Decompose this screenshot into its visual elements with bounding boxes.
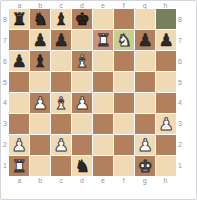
square-c6[interactable]	[51, 51, 71, 71]
square-b3[interactable]	[30, 114, 50, 134]
black-pawn[interactable]: ♟	[32, 30, 47, 50]
file-label-a: a	[9, 1, 30, 9]
square-f3[interactable]	[114, 114, 134, 134]
rank-labels-left: 87654321	[1, 9, 9, 176]
rank-label-8: 8	[176, 9, 184, 30]
rank-label-7: 7	[1, 30, 9, 51]
rank-label-5: 5	[1, 72, 9, 93]
white-pawn[interactable]: ♟	[11, 135, 26, 155]
file-label-h: h	[155, 1, 176, 9]
square-f6[interactable]	[114, 51, 134, 71]
square-d6[interactable]: ♝	[72, 51, 92, 71]
square-g6[interactable]	[135, 51, 155, 71]
rank-label-6: 6	[1, 51, 9, 72]
black-pawn[interactable]: ♟	[158, 30, 173, 50]
square-b4[interactable]: ♟	[30, 93, 50, 113]
file-labels-bottom: abcdefgh	[9, 176, 176, 184]
rank-label-5: 5	[176, 72, 184, 93]
corner-bottom-left	[1, 176, 9, 184]
white-pawn[interactable]: ♟	[74, 93, 89, 113]
file-label-e: e	[93, 1, 114, 9]
file-label-g: g	[134, 176, 155, 184]
square-e4[interactable]	[93, 93, 113, 113]
square-b1[interactable]	[30, 156, 50, 176]
square-c2[interactable]: ♟	[51, 135, 71, 155]
rank-label-4: 4	[176, 93, 184, 114]
file-label-c: c	[51, 176, 72, 184]
square-d4[interactable]: ♟	[72, 93, 92, 113]
black-king[interactable]: ♚	[74, 9, 89, 29]
square-d5[interactable]	[72, 72, 92, 92]
white-pawn[interactable]: ♟	[32, 93, 47, 113]
square-h4[interactable]	[156, 93, 176, 113]
square-e6[interactable]	[93, 51, 113, 71]
square-a8[interactable]: ♜	[9, 9, 29, 29]
square-d1[interactable]: ♞	[72, 156, 92, 176]
square-b2[interactable]	[30, 135, 50, 155]
file-label-a: a	[9, 176, 30, 184]
square-h5[interactable]	[156, 72, 176, 92]
black-rook[interactable]: ♜	[11, 9, 26, 29]
square-d3[interactable]	[72, 114, 92, 134]
square-a1[interactable]: ♜	[9, 156, 29, 176]
white-bishop[interactable]: ♝	[74, 51, 89, 71]
square-e3[interactable]	[93, 114, 113, 134]
rank-label-8: 8	[1, 9, 9, 30]
square-e2[interactable]	[93, 135, 113, 155]
square-b8[interactable]: ♞	[30, 9, 50, 29]
rank-labels-right: 87654321	[176, 9, 184, 176]
white-bishop[interactable]: ♝	[53, 93, 68, 113]
corner-bottom-right	[176, 176, 184, 184]
square-h3[interactable]: ♟	[156, 114, 176, 134]
square-e7-accent-highlight[interactable]: ♜	[93, 30, 113, 50]
white-rook[interactable]: ♜	[95, 30, 110, 50]
square-h6[interactable]	[156, 51, 176, 71]
square-a6[interactable]: ♟	[9, 51, 29, 71]
square-f8[interactable]	[114, 9, 134, 29]
square-a5[interactable]	[9, 72, 29, 92]
square-h1[interactable]	[156, 156, 176, 176]
square-b6[interactable]: ♝	[30, 51, 50, 71]
file-label-d: d	[72, 176, 93, 184]
white-pawn[interactable]: ♟	[158, 114, 173, 134]
square-b7[interactable]: ♟	[30, 30, 50, 50]
square-f2[interactable]	[114, 135, 134, 155]
black-knight[interactable]: ♞	[32, 9, 47, 29]
file-label-b: b	[30, 176, 51, 184]
black-pawn[interactable]: ♟	[53, 30, 68, 50]
square-e5[interactable]	[93, 72, 113, 92]
rank-label-3: 3	[1, 113, 9, 134]
square-c8[interactable]: ♝	[51, 9, 71, 29]
square-d8[interactable]: ♚	[72, 9, 92, 29]
square-f7-last-move-to[interactable]: ♞	[114, 30, 134, 50]
white-king[interactable]: ♚	[137, 156, 152, 176]
square-f1[interactable]	[114, 156, 134, 176]
white-pawn[interactable]: ♟	[53, 135, 68, 155]
file-label-f: f	[113, 1, 134, 9]
file-label-c: c	[51, 1, 72, 9]
rank-label-7: 7	[176, 30, 184, 51]
chess-board: ♜♞♝♚♟♟♜♞♟♟♟♝♝♟♝♟♟♟♟♟♜♞♚	[9, 9, 176, 176]
square-h8-last-move-from[interactable]	[156, 9, 176, 29]
square-c5[interactable]	[51, 72, 71, 92]
file-label-f: f	[113, 176, 134, 184]
file-label-e: e	[93, 176, 114, 184]
black-pawn[interactable]: ♟	[137, 30, 152, 50]
square-g1[interactable]: ♚	[135, 156, 155, 176]
rank-label-2: 2	[176, 134, 184, 155]
rank-label-3: 3	[176, 113, 184, 134]
file-label-b: b	[30, 1, 51, 9]
white-rook[interactable]: ♜	[11, 156, 26, 176]
square-g7[interactable]: ♟	[135, 30, 155, 50]
square-c3[interactable]	[51, 114, 71, 134]
square-h7[interactable]: ♟	[156, 30, 176, 50]
square-h2[interactable]	[156, 135, 176, 155]
square-d7[interactable]	[72, 30, 92, 50]
square-g5[interactable]	[135, 72, 155, 92]
square-c1[interactable]	[51, 156, 71, 176]
file-label-d: d	[72, 1, 93, 9]
corner-top-left	[1, 1, 9, 9]
square-f5[interactable]	[114, 72, 134, 92]
white-pawn[interactable]: ♟	[137, 135, 152, 155]
square-g2[interactable]: ♟	[135, 135, 155, 155]
rank-label-6: 6	[176, 51, 184, 72]
square-d2[interactable]	[72, 135, 92, 155]
square-b5[interactable]	[30, 72, 50, 92]
white-knight[interactable]: ♞	[116, 30, 131, 50]
square-c4[interactable]: ♝	[51, 93, 71, 113]
square-f4[interactable]	[114, 93, 134, 113]
file-label-h: h	[155, 176, 176, 184]
file-labels-top: abcdefgh	[9, 1, 176, 9]
square-e8[interactable]	[93, 9, 113, 29]
file-label-g: g	[134, 1, 155, 9]
rank-label-2: 2	[1, 134, 9, 155]
square-g3[interactable]	[135, 114, 155, 134]
square-a2[interactable]: ♟	[9, 135, 29, 155]
rank-label-1: 1	[1, 155, 9, 176]
square-a3[interactable]	[9, 114, 29, 134]
rank-label-4: 4	[1, 93, 9, 114]
board-layout: abcdefgh 87654321 ♜♞♝♚♟♟♜♞♟♟♟♝♝♟♝♟♟♟♟♟♜♞…	[1, 1, 196, 184]
chess-board-card: abcdefgh 87654321 ♜♞♝♚♟♟♜♞♟♟♟♝♝♟♝♟♟♟♟♟♜♞…	[0, 0, 197, 200]
black-pawn[interactable]: ♟	[11, 51, 26, 71]
black-knight[interactable]: ♞	[74, 156, 89, 176]
corner-top-right	[176, 1, 184, 9]
square-a7[interactable]	[9, 30, 29, 50]
black-bishop[interactable]: ♝	[53, 9, 68, 29]
square-c7[interactable]: ♟	[51, 30, 71, 50]
square-e1[interactable]	[93, 156, 113, 176]
rank-label-1: 1	[176, 155, 184, 176]
square-g8[interactable]	[135, 9, 155, 29]
square-a4[interactable]	[9, 93, 29, 113]
black-bishop[interactable]: ♝	[32, 51, 47, 71]
square-g4[interactable]	[135, 93, 155, 113]
